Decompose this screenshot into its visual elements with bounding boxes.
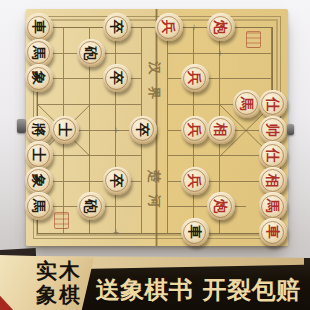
board-cell	[142, 207, 168, 233]
hinge-clasp-right-icon	[287, 124, 294, 135]
piece-black-chariot[interactable]: 車	[25, 13, 53, 41]
xiangqi-board: ++++++++++++++車馬象將士象馬士砲砲卒卒卒卒車兵炮兵馬兵相兵炮仕帅仕…	[26, 9, 288, 246]
maker-stamp-bottom-left	[54, 212, 69, 229]
piece-black-horse[interactable]: 馬	[25, 39, 53, 67]
piece-black-advisor[interactable]: 士	[25, 141, 53, 169]
material-label-text: 实木 象棋	[36, 259, 82, 307]
piece-black-chariot[interactable]: 車	[181, 218, 209, 246]
board-cell	[220, 156, 246, 182]
piece-red-elephant[interactable]: 相	[207, 116, 235, 144]
point-mark: +	[112, 127, 120, 135]
piece-black-soldier[interactable]: 卒	[103, 167, 131, 195]
piece-red-elephant[interactable]: 相	[259, 167, 287, 195]
point-mark: +	[190, 24, 198, 32]
piece-black-horse[interactable]: 馬	[25, 192, 53, 220]
board-cell	[64, 156, 90, 182]
river-label-top: 汉界	[145, 59, 161, 102]
promo-text: 送象棋书 开裂包赔	[86, 271, 310, 308]
piece-red-advisor[interactable]: 仕	[259, 141, 287, 169]
board-cell	[246, 54, 272, 80]
piece-red-soldier[interactable]: 兵	[155, 13, 183, 41]
piece-black-soldier[interactable]: 卒	[129, 116, 157, 144]
piece-black-soldier[interactable]: 卒	[103, 64, 131, 92]
piece-red-cannon[interactable]: 炮	[207, 13, 235, 41]
piece-black-cannon[interactable]: 砲	[77, 39, 105, 67]
piece-black-elephant[interactable]: 象	[25, 167, 53, 195]
piece-black-advisor[interactable]: 士	[51, 116, 79, 144]
piece-black-general[interactable]: 將	[25, 116, 53, 144]
piece-black-soldier[interactable]: 卒	[103, 13, 131, 41]
piece-red-soldier[interactable]: 兵	[181, 116, 209, 144]
board-cell	[64, 79, 90, 105]
hinge-clasp-left-icon	[17, 119, 26, 133]
maker-stamp-top-right	[246, 31, 261, 48]
piece-red-cannon[interactable]: 炮	[207, 192, 235, 220]
piece-red-soldier[interactable]: 兵	[181, 167, 209, 195]
piece-red-general[interactable]: 帅	[259, 116, 287, 144]
point-mark: +	[216, 50, 224, 58]
piece-black-cannon[interactable]: 砲	[77, 192, 105, 220]
piece-black-elephant[interactable]: 象	[25, 64, 53, 92]
point-mark: +	[112, 229, 120, 237]
piece-red-horse[interactable]: 馬	[259, 192, 287, 220]
product-image: ++++++++++++++車馬象將士象馬士砲砲卒卒卒卒車兵炮兵馬兵相兵炮仕帅仕…	[0, 0, 310, 310]
material-text-line1: 实木	[36, 259, 82, 283]
piece-red-soldier[interactable]: 兵	[181, 64, 209, 92]
material-text-line2: 象棋	[36, 283, 82, 307]
river-label-bottom: 楚河	[145, 167, 161, 210]
piece-red-horse[interactable]: 馬	[233, 90, 261, 118]
piece-red-advisor[interactable]: 仕	[259, 90, 287, 118]
piece-red-chariot[interactable]: 車	[259, 218, 287, 246]
